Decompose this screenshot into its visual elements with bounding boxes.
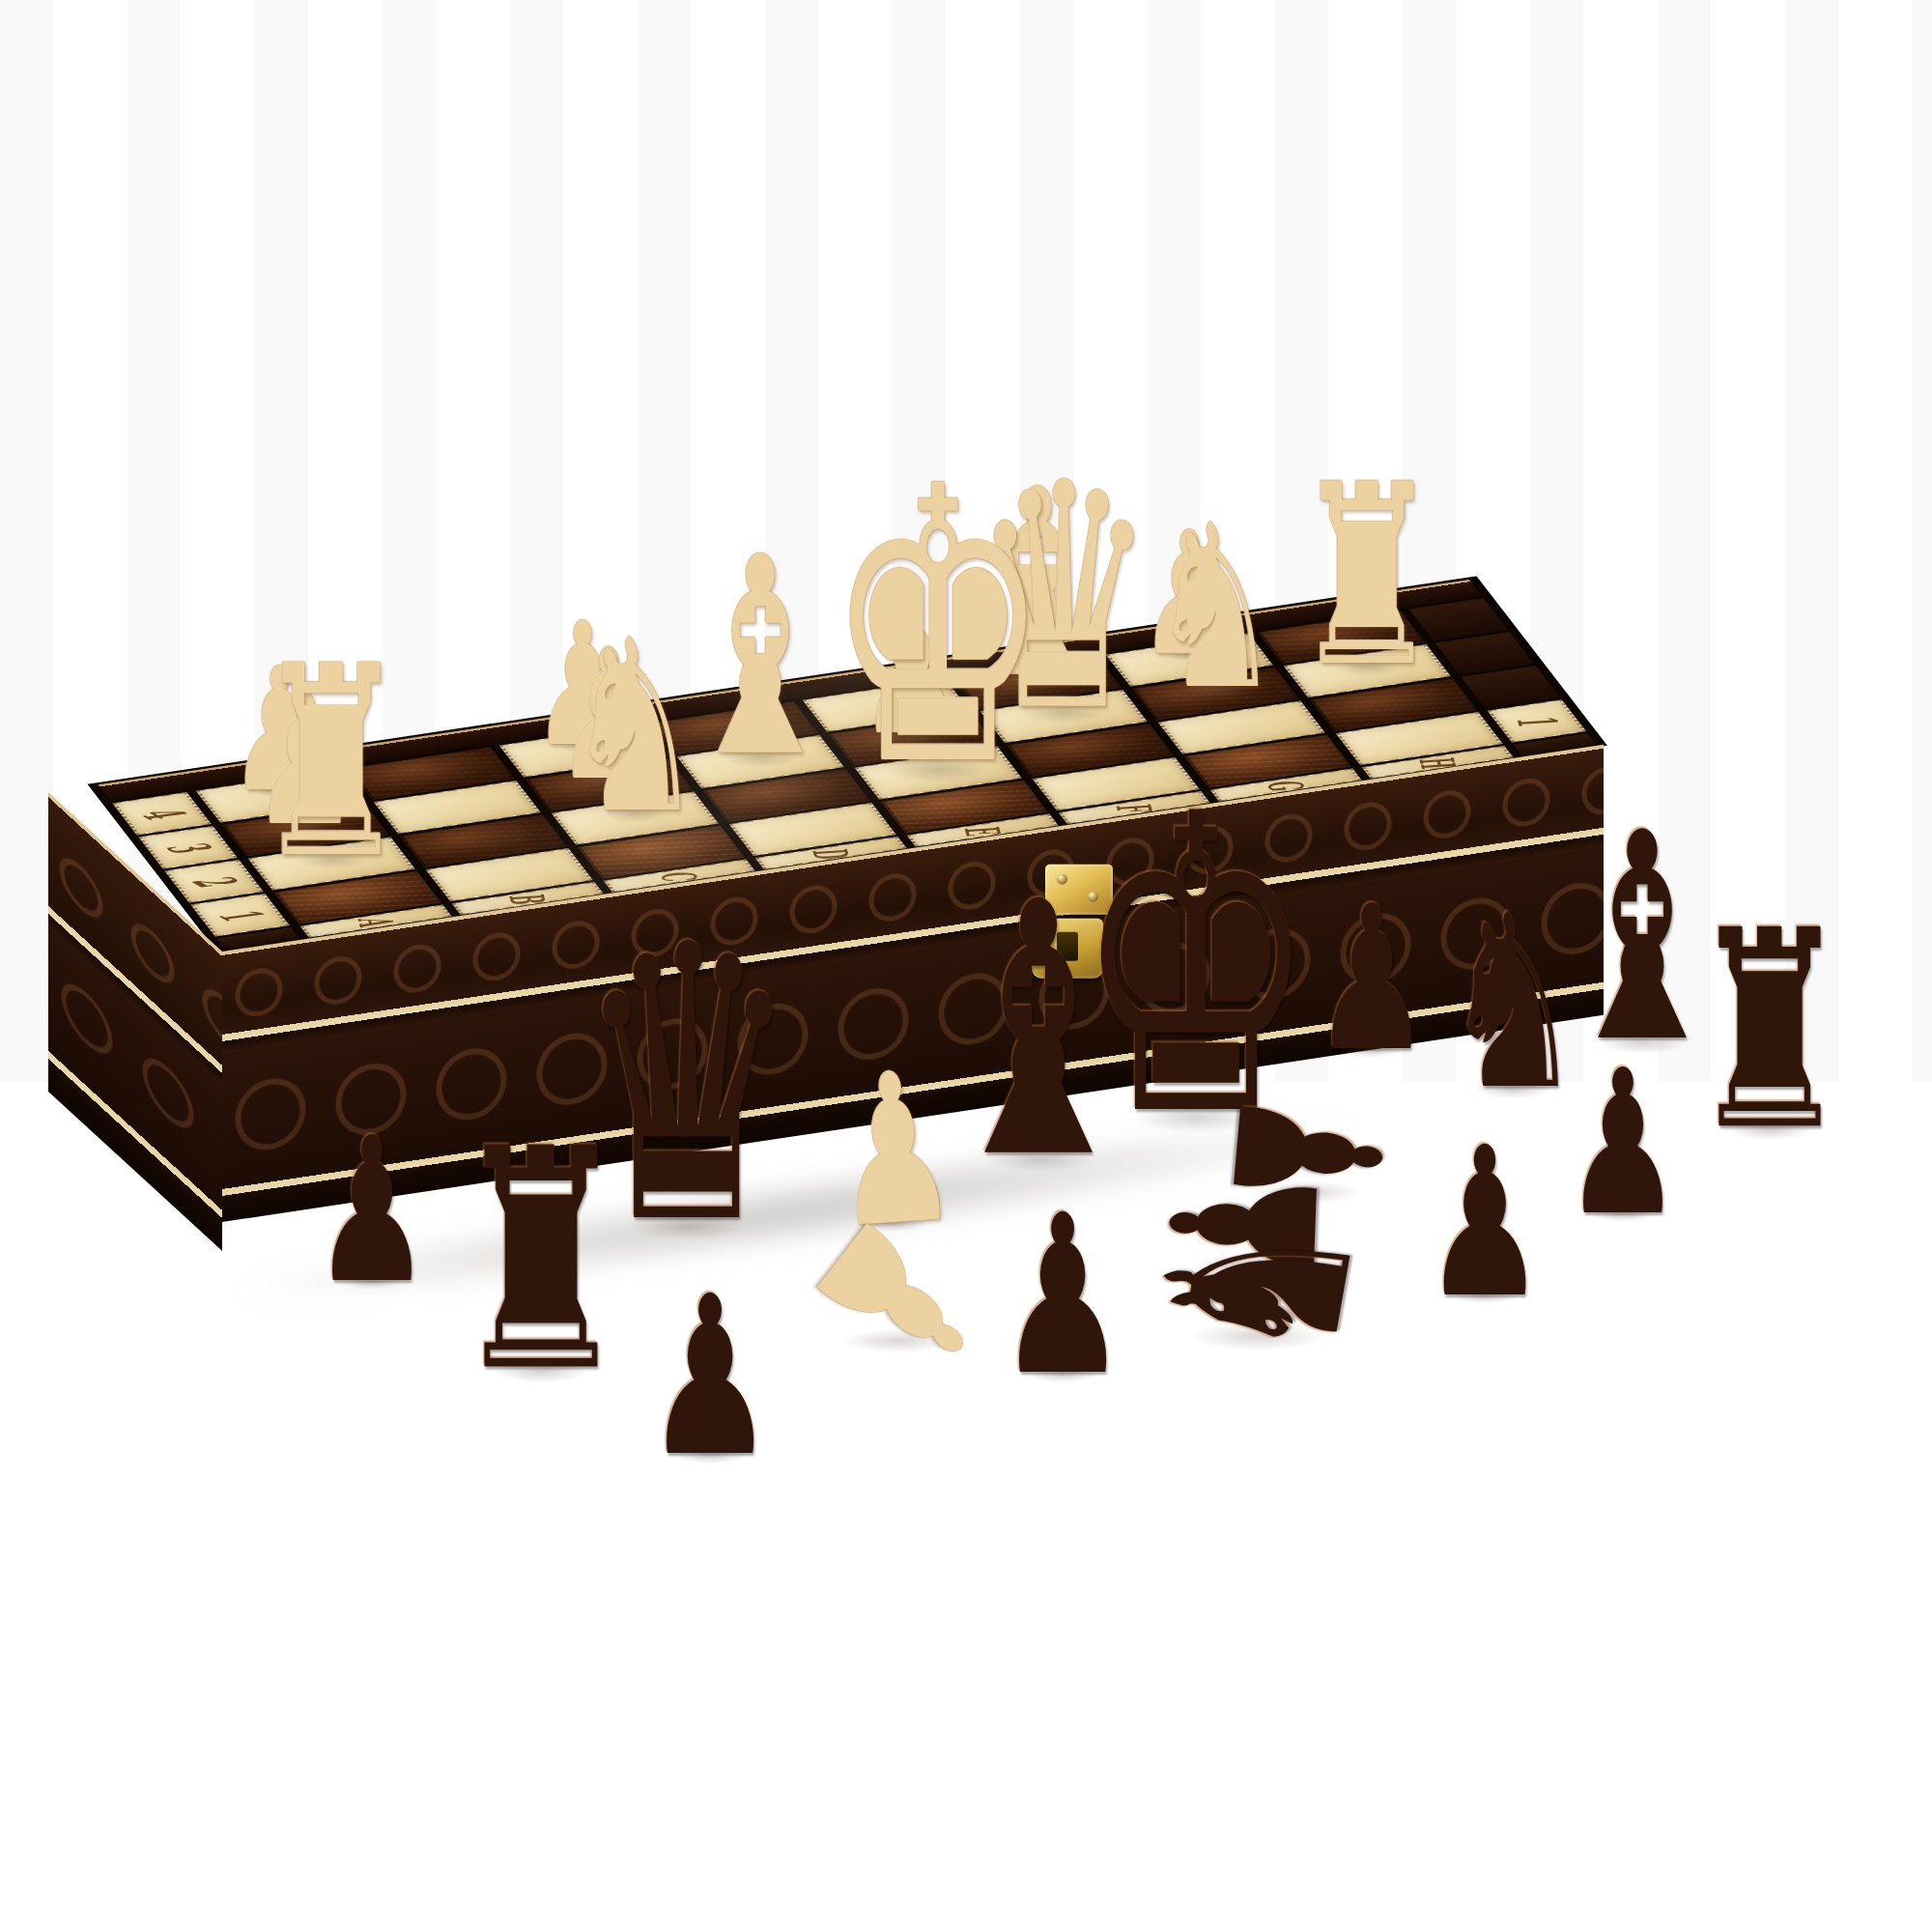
dark-knight: ♞ bbox=[1442, 883, 1584, 1122]
dark-pawn: ♟ bbox=[1424, 1120, 1547, 1326]
dark-rook: ♜ bbox=[1689, 895, 1850, 1168]
white-knight: ♞ bbox=[1149, 496, 1282, 722]
dark-bishop: ♝ bbox=[935, 857, 1142, 1207]
dark-pawn: ♟ bbox=[1564, 1043, 1682, 1243]
white-king: ♚ bbox=[826, 439, 1051, 818]
white-rook: ♜ bbox=[1293, 451, 1441, 700]
dark-pawn: ♟ bbox=[313, 1111, 431, 1311]
dark-pawn: ♟ bbox=[645, 1267, 776, 1488]
product-photo-scene: 43211ABCDEFGH ♟♟♜♟♟♞♝♟♚♛♝♟♞♜♟♜♛♟♟♟♟♝♚♟♟♟… bbox=[0, 0, 1932, 1932]
white-rook: ♜ bbox=[254, 632, 410, 895]
dark-rook: ♜ bbox=[451, 1109, 631, 1413]
dark-pawn: ♟ bbox=[998, 1186, 1128, 1406]
white-knight: ♞ bbox=[564, 609, 705, 846]
dark-pawn: ♟ bbox=[1313, 879, 1431, 1079]
